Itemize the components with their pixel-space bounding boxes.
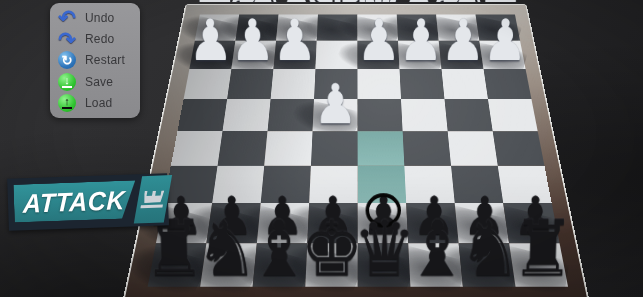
white-pawn-e4[interactable]: ♟ [313, 79, 357, 130]
square-e2[interactable] [315, 41, 357, 69]
square-a3[interactable] [484, 69, 532, 99]
square-h3[interactable] [184, 69, 232, 99]
menu-item-redo[interactable]: ↷ Redo [56, 29, 134, 49]
square-b2[interactable]: ♟ [439, 41, 484, 69]
square-f5[interactable] [264, 131, 312, 166]
menu-item-restart[interactable]: ↻ Restart [56, 50, 134, 70]
square-a2[interactable]: ♟ [479, 41, 525, 69]
save-download-icon: ↓ [56, 72, 78, 92]
square-g3[interactable] [227, 69, 273, 99]
square-b5[interactable] [448, 131, 498, 166]
menu-item-label: Save [85, 75, 113, 89]
white-pawn-a2[interactable]: ♟ [482, 15, 528, 67]
black-rook-a8[interactable]: ♜ [510, 213, 575, 284]
square-f2[interactable]: ♟ [273, 41, 316, 69]
board-squares: ♜♞♝♚♛♝♞♜♟♟♟♟♟♟♟♟♟♟♟♟♟♟♟♟♜♞♝♚♛♝♞♜ [148, 14, 568, 286]
square-d4[interactable] [358, 99, 403, 131]
app-window: ♜♞♝♚♛♝♞♜♟♟♟♟♟♟♟♟♟♟♟♟♟♟♟♟♜♞♝♚♛♝♞♜ ↶ Undo … [0, 0, 643, 297]
menu-item-label: Redo [85, 32, 115, 46]
white-pawn-f2[interactable]: ♟ [271, 15, 316, 67]
square-g2[interactable]: ♟ [231, 41, 276, 69]
restart-circle-icon: ↻ [56, 50, 78, 70]
square-d3[interactable] [357, 69, 401, 99]
logo-text: ATTACK [22, 184, 125, 218]
attack-logo-banner: ATTACK [5, 171, 173, 233]
square-h4[interactable] [177, 99, 227, 131]
game-menu-panel: ↶ Undo ↷ Redo ↻ Restart ↓ Save ↑ Load [50, 3, 140, 118]
square-a4[interactable] [488, 99, 538, 131]
board-frame: ♜♞♝♚♛♝♞♜♟♟♟♟♟♟♟♟♟♟♟♟♟♟♟♟♜♞♝♚♛♝♞♜ [122, 4, 590, 297]
crown-icon [142, 190, 164, 203]
square-a5[interactable] [493, 131, 545, 166]
square-g5[interactable] [218, 131, 268, 166]
white-pawn-b2[interactable]: ♟ [440, 15, 486, 67]
menu-item-load[interactable]: ↑ Load [56, 93, 134, 113]
square-c2[interactable]: ♟ [398, 41, 441, 69]
square-h5[interactable] [171, 131, 223, 166]
square-g4[interactable] [222, 99, 270, 131]
white-pawn-h2[interactable]: ♟ [187, 15, 233, 67]
logo-strip: ATTACK [13, 180, 136, 222]
square-d8[interactable]: ♛ [358, 243, 411, 287]
white-pawn-g2[interactable]: ♟ [229, 15, 275, 67]
square-d2[interactable]: ♟ [357, 41, 399, 69]
square-b4[interactable] [444, 99, 492, 131]
square-f3[interactable] [271, 69, 316, 99]
square-c5[interactable] [403, 131, 451, 166]
load-upload-icon: ↑ [56, 93, 78, 113]
square-c8[interactable]: ♝ [408, 243, 463, 287]
square-c4[interactable] [401, 99, 448, 131]
square-c3[interactable] [399, 69, 444, 99]
chessboard: ♜♞♝♚♛♝♞♜♟♟♟♟♟♟♟♟♟♟♟♟♟♟♟♟♜♞♝♚♛♝♞♜ [122, 4, 590, 297]
menu-item-label: Undo [85, 11, 115, 25]
menu-item-label: Load [85, 96, 113, 110]
menu-item-save[interactable]: ↓ Save [56, 72, 134, 92]
menu-item-label: Restart [85, 53, 125, 67]
square-f4[interactable] [268, 99, 315, 131]
square-e8[interactable]: ♚ [305, 243, 358, 287]
square-b3[interactable] [442, 69, 488, 99]
crown-icon-base [140, 204, 163, 208]
menu-item-undo[interactable]: ↶ Undo [56, 8, 134, 28]
square-e5[interactable] [311, 131, 358, 166]
redo-arrow-icon: ↷ [56, 29, 78, 49]
square-e4[interactable]: ♟ [313, 99, 358, 131]
square-d5[interactable] [358, 131, 405, 166]
square-f8[interactable]: ♝ [253, 243, 308, 287]
square-h2[interactable]: ♟ [189, 41, 235, 69]
white-pawn-d2[interactable]: ♟ [356, 15, 401, 67]
white-pawn-c2[interactable]: ♟ [398, 15, 444, 67]
square-b8[interactable]: ♞ [459, 243, 516, 287]
undo-arrow-icon: ↶ [56, 8, 78, 28]
square-a8[interactable]: ♜ [509, 243, 568, 287]
